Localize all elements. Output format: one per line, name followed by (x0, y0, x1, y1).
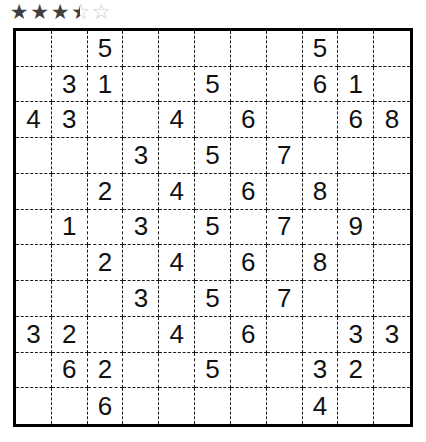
cell-r4c1[interactable] (16, 138, 52, 174)
puzzle-board: 5531561434668357246813579246835732463362… (13, 28, 413, 427)
cell-r8c10[interactable] (338, 281, 374, 317)
cell-r1c7[interactable] (231, 31, 267, 67)
cell-r5c8[interactable] (267, 174, 303, 210)
cell-r6c8-clue: 7 (267, 210, 303, 246)
cell-r1c10[interactable] (338, 31, 374, 67)
cell-r4c11[interactable] (374, 138, 410, 174)
cell-r11c11[interactable] (374, 388, 410, 424)
cell-r6c5[interactable] (159, 210, 195, 246)
cell-r2c2-clue: 3 (52, 67, 88, 103)
cell-r1c2[interactable] (52, 31, 88, 67)
cell-r8c1[interactable] (16, 281, 52, 317)
cell-r11c10[interactable] (338, 388, 374, 424)
cell-r7c1[interactable] (16, 245, 52, 281)
cell-r9c7-clue: 6 (231, 317, 267, 353)
cell-r4c6-clue: 5 (195, 138, 231, 174)
cell-r4c4-clue: 3 (123, 138, 159, 174)
cell-r9c11-clue: 3 (374, 317, 410, 353)
cell-r10c5[interactable] (159, 353, 195, 389)
star-full-icon: ★ (9, 1, 30, 23)
puzzle-page: { "game": "fillomino", "rating": { "valu… (0, 0, 426, 442)
star-full-icon: ★ (30, 1, 51, 23)
cell-r3c2-clue: 3 (52, 102, 88, 138)
cell-r2c1[interactable] (16, 67, 52, 103)
cell-r5c9-clue: 8 (303, 174, 339, 210)
cell-r9c8[interactable] (267, 317, 303, 353)
cell-r7c4[interactable] (123, 245, 159, 281)
cell-r10c2-clue: 6 (52, 353, 88, 389)
cell-r6c10-clue: 9 (338, 210, 374, 246)
cell-r8c3[interactable] (88, 281, 124, 317)
cell-r6c7[interactable] (231, 210, 267, 246)
cell-r8c5[interactable] (159, 281, 195, 317)
cell-r8c7[interactable] (231, 281, 267, 317)
cell-r9c4[interactable] (123, 317, 159, 353)
cell-r7c3-clue: 2 (88, 245, 124, 281)
cell-r2c4[interactable] (123, 67, 159, 103)
cell-r7c6[interactable] (195, 245, 231, 281)
cell-r4c9[interactable] (303, 138, 339, 174)
cell-r10c4[interactable] (123, 353, 159, 389)
cell-r3c9[interactable] (303, 102, 339, 138)
cell-r6c11[interactable] (374, 210, 410, 246)
cell-r8c9[interactable] (303, 281, 339, 317)
cell-r10c7[interactable] (231, 353, 267, 389)
cell-r10c1[interactable] (16, 353, 52, 389)
cell-r2c11[interactable] (374, 67, 410, 103)
cell-r5c6[interactable] (195, 174, 231, 210)
cell-r10c10-clue: 2 (338, 353, 374, 389)
cell-r4c5[interactable] (159, 138, 195, 174)
cell-r3c4[interactable] (123, 102, 159, 138)
cell-r8c4-clue: 3 (123, 281, 159, 317)
cell-r7c11[interactable] (374, 245, 410, 281)
cell-r9c10-clue: 3 (338, 317, 374, 353)
cell-r10c9-clue: 3 (303, 353, 339, 389)
cell-r7c2[interactable] (52, 245, 88, 281)
cell-r4c10[interactable] (338, 138, 374, 174)
cell-r3c5-clue: 4 (159, 102, 195, 138)
cell-r5c4[interactable] (123, 174, 159, 210)
cell-r4c8-clue: 7 (267, 138, 303, 174)
cell-r10c3-clue: 2 (88, 353, 124, 389)
cell-r11c2[interactable] (52, 388, 88, 424)
cell-r7c10[interactable] (338, 245, 374, 281)
cell-r5c3-clue: 2 (88, 174, 124, 210)
cell-r8c6-clue: 5 (195, 281, 231, 317)
cell-r1c8[interactable] (267, 31, 303, 67)
cell-r6c4-clue: 3 (123, 210, 159, 246)
cell-r2c10-clue: 1 (338, 67, 374, 103)
star-half-icon: ☆★ (71, 1, 92, 23)
cell-r7c8[interactable] (267, 245, 303, 281)
cell-r3c6[interactable] (195, 102, 231, 138)
cell-r2c9-clue: 6 (303, 67, 339, 103)
cell-r2c7[interactable] (231, 67, 267, 103)
cell-r6c6-clue: 5 (195, 210, 231, 246)
cell-r3c7-clue: 6 (231, 102, 267, 138)
cell-r11c6[interactable] (195, 388, 231, 424)
cell-r8c2[interactable] (52, 281, 88, 317)
cell-r1c3-clue: 5 (88, 31, 124, 67)
cell-r9c9[interactable] (303, 317, 339, 353)
cell-r1c4[interactable] (123, 31, 159, 67)
cell-r5c11[interactable] (374, 174, 410, 210)
cell-r6c1[interactable] (16, 210, 52, 246)
cell-r3c8[interactable] (267, 102, 303, 138)
cell-r5c10[interactable] (338, 174, 374, 210)
cell-r2c8[interactable] (267, 67, 303, 103)
cell-r1c11[interactable] (374, 31, 410, 67)
cell-r1c9-clue: 5 (303, 31, 339, 67)
cell-r11c9-clue: 4 (303, 388, 339, 424)
cell-r1c6[interactable] (195, 31, 231, 67)
cell-r11c3-clue: 6 (88, 388, 124, 424)
cell-r3c11-clue: 8 (374, 102, 410, 138)
cell-r11c8[interactable] (267, 388, 303, 424)
cell-r5c7-clue: 6 (231, 174, 267, 210)
cell-r11c7[interactable] (231, 388, 267, 424)
cell-r3c10-clue: 6 (338, 102, 374, 138)
cell-r7c7-clue: 6 (231, 245, 267, 281)
cell-r10c8[interactable] (267, 353, 303, 389)
cell-r1c5[interactable] (159, 31, 195, 67)
cell-r6c9[interactable] (303, 210, 339, 246)
cell-r10c6-clue: 5 (195, 353, 231, 389)
cell-r3c1-clue: 4 (16, 102, 52, 138)
cell-r2c5[interactable] (159, 67, 195, 103)
cell-r8c8-clue: 7 (267, 281, 303, 317)
cell-r8c11[interactable] (374, 281, 410, 317)
cell-r9c2-clue: 2 (52, 317, 88, 353)
cell-r4c7[interactable] (231, 138, 267, 174)
cell-r4c3[interactable] (88, 138, 124, 174)
cell-r9c6[interactable] (195, 317, 231, 353)
cell-r10c11[interactable] (374, 353, 410, 389)
star-empty-icon: ☆ (91, 1, 112, 23)
cell-r9c5-clue: 4 (159, 317, 195, 353)
cell-r6c2-clue: 1 (52, 210, 88, 246)
cell-r6c3[interactable] (88, 210, 124, 246)
cell-r7c5-clue: 4 (159, 245, 195, 281)
cell-r4c2[interactable] (52, 138, 88, 174)
cell-r11c4[interactable] (123, 388, 159, 424)
difficulty-rating: ★★★☆★☆ (9, 1, 112, 23)
cell-r11c1[interactable] (16, 388, 52, 424)
cell-r3c3[interactable] (88, 102, 124, 138)
cell-r1c1[interactable] (16, 31, 52, 67)
cell-r5c1[interactable] (16, 174, 52, 210)
cell-r9c3[interactable] (88, 317, 124, 353)
cell-r5c2[interactable] (52, 174, 88, 210)
cell-r2c6-clue: 5 (195, 67, 231, 103)
cell-r2c3-clue: 1 (88, 67, 124, 103)
cell-r11c5[interactable] (159, 388, 195, 424)
cell-r9c1-clue: 3 (16, 317, 52, 353)
star-full-icon: ★ (50, 1, 71, 23)
cell-r5c5-clue: 4 (159, 174, 195, 210)
cell-r7c9-clue: 8 (303, 245, 339, 281)
